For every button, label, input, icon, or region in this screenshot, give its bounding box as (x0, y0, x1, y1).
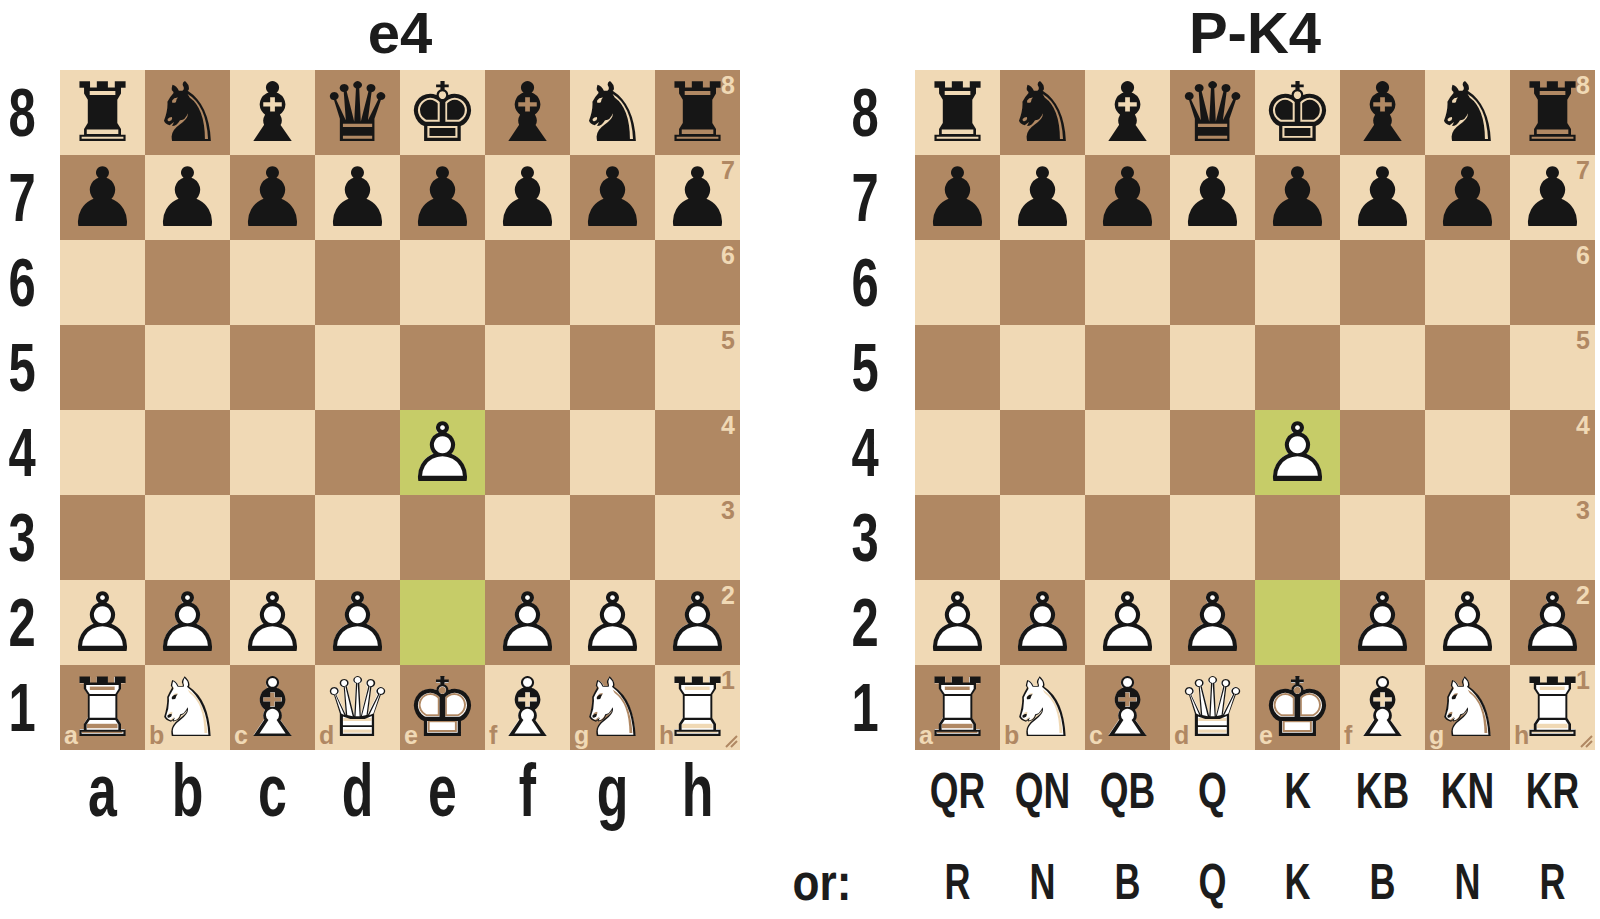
square-c2: ♟♙ (230, 580, 315, 665)
square-h1: 1h♜♖ (655, 665, 740, 750)
left-board-rank-labels: 87654321 (0, 70, 44, 750)
white-pawn: ♟♙ (315, 580, 400, 665)
black-piece-glyph: ♟ (406, 157, 480, 239)
black-pawn: ♟ (1170, 155, 1255, 240)
white-piece-outline: ♙ (1006, 582, 1080, 664)
square-c8: ♝ (1085, 70, 1170, 155)
file-label-q: Q (1181, 752, 1244, 830)
square-a2: ♟♙ (915, 580, 1000, 665)
square-b1: b♞♘ (1000, 665, 1085, 750)
square-f6 (485, 240, 570, 325)
black-bishop: ♝ (230, 70, 315, 155)
square-e8: ♚ (400, 70, 485, 155)
square-f7: ♟ (485, 155, 570, 240)
square-c7: ♟ (1085, 155, 1170, 240)
square-h8: 8♜ (1510, 70, 1595, 155)
inner-rank-coord: 5 (721, 328, 735, 353)
alt-file-label-5: B (1352, 846, 1413, 918)
square-g8: ♞ (570, 70, 655, 155)
white-pawn: ♟♙ (1255, 410, 1340, 495)
black-pawn: ♟ (1510, 155, 1595, 240)
square-f4 (1340, 410, 1425, 495)
white-piece-outline: ♙ (491, 582, 565, 664)
file-label-f: f (498, 752, 558, 830)
square-d2: ♟♙ (315, 580, 400, 665)
rank-label-3: 3 (6, 495, 38, 580)
white-queen: ♛♕ (1170, 665, 1255, 750)
square-d3 (1170, 495, 1255, 580)
black-piece-glyph: ♟ (66, 157, 140, 239)
white-king: ♚♔ (400, 665, 485, 750)
black-piece-glyph: ♟ (1516, 157, 1590, 239)
black-piece-glyph: ♟ (1346, 157, 1420, 239)
square-g4 (570, 410, 655, 495)
black-piece-glyph: ♝ (236, 72, 310, 154)
white-bishop: ♝♗ (1340, 665, 1425, 750)
black-pawn: ♟ (400, 155, 485, 240)
square-c6 (1085, 240, 1170, 325)
white-rook: ♜♖ (60, 665, 145, 750)
file-label-qn: QN (1011, 752, 1074, 830)
white-queen: ♛♕ (315, 665, 400, 750)
square-f1: f♝♗ (485, 665, 570, 750)
black-pawn: ♟ (1000, 155, 1085, 240)
white-piece-outline: ♙ (236, 582, 310, 664)
file-label-h: h (668, 752, 728, 830)
square-g7: ♟ (570, 155, 655, 240)
square-d6 (315, 240, 400, 325)
square-a1: a♜♖ (915, 665, 1000, 750)
white-piece-outline: ♙ (661, 582, 735, 664)
file-label-g: g (583, 752, 643, 830)
white-pawn: ♟♙ (400, 410, 485, 495)
black-piece-glyph: ♞ (1431, 72, 1505, 154)
square-a3 (60, 495, 145, 580)
white-piece-outline: ♙ (151, 582, 225, 664)
black-rook: ♜ (655, 70, 740, 155)
rank-label-2: 2 (6, 580, 38, 665)
file-label-c: c (243, 752, 303, 830)
white-piece-outline: ♙ (1431, 582, 1505, 664)
square-a8: ♜ (915, 70, 1000, 155)
square-e5 (400, 325, 485, 410)
square-c5 (1085, 325, 1170, 410)
white-rook: ♜♖ (1510, 665, 1595, 750)
notation-comparison-diagram: e4 P-K4 87654321 87654321 ♜♞♝♛♚♝♞8♜♟♟♟♟♟… (0, 0, 1600, 919)
inner-rank-coord: 4 (1576, 413, 1590, 438)
square-b6 (145, 240, 230, 325)
rank-label-1: 1 (843, 665, 886, 750)
square-a5 (60, 325, 145, 410)
square-d8: ♛ (315, 70, 400, 155)
square-b7: ♟ (145, 155, 230, 240)
square-d8: ♛ (1170, 70, 1255, 155)
square-g6 (1425, 240, 1510, 325)
square-g1: g♞♘ (1425, 665, 1510, 750)
square-d1: d♛♕ (1170, 665, 1255, 750)
black-pawn: ♟ (1340, 155, 1425, 240)
white-pawn: ♟♙ (60, 580, 145, 665)
white-pawn: ♟♙ (570, 580, 655, 665)
right-board-title: P-K4 (915, 0, 1595, 66)
black-piece-glyph: ♟ (921, 157, 995, 239)
white-piece-outline: ♕ (321, 667, 395, 749)
left-board-title: e4 (60, 0, 740, 66)
square-c2: ♟♙ (1085, 580, 1170, 665)
file-label-k: K (1266, 752, 1329, 830)
white-piece-outline: ♙ (1346, 582, 1420, 664)
square-h2: 2♟♙ (1510, 580, 1595, 665)
square-h5: 5 (1510, 325, 1595, 410)
square-g5 (1425, 325, 1510, 410)
square-a7: ♟ (915, 155, 1000, 240)
square-h4: 4 (655, 410, 740, 495)
square-e3 (400, 495, 485, 580)
black-king: ♚ (1255, 70, 1340, 155)
white-piece-outline: ♗ (491, 667, 565, 749)
file-label-kn: KN (1436, 752, 1499, 830)
file-label-e: e (413, 752, 473, 830)
white-piece-outline: ♙ (66, 582, 140, 664)
black-piece-glyph: ♚ (1261, 72, 1335, 154)
square-a4 (915, 410, 1000, 495)
black-knight: ♞ (145, 70, 230, 155)
inner-rank-coord: 5 (1576, 328, 1590, 353)
square-a6 (915, 240, 1000, 325)
black-knight: ♞ (1425, 70, 1510, 155)
square-f2: ♟♙ (485, 580, 570, 665)
black-piece-glyph: ♞ (576, 72, 650, 154)
black-piece-glyph: ♟ (661, 157, 735, 239)
black-pawn: ♟ (570, 155, 655, 240)
square-d4 (1170, 410, 1255, 495)
black-knight: ♞ (570, 70, 655, 155)
black-piece-glyph: ♜ (66, 72, 140, 154)
alt-file-label-1: N (1012, 846, 1073, 918)
black-piece-glyph: ♝ (1346, 72, 1420, 154)
black-pawn: ♟ (655, 155, 740, 240)
file-label-d: d (328, 752, 388, 830)
square-e6 (400, 240, 485, 325)
square-d3 (315, 495, 400, 580)
square-g5 (570, 325, 655, 410)
square-b6 (1000, 240, 1085, 325)
file-label-qb: QB (1096, 752, 1159, 830)
black-pawn: ♟ (1085, 155, 1170, 240)
black-pawn: ♟ (485, 155, 570, 240)
white-piece-outline: ♙ (1176, 582, 1250, 664)
rank-label-6: 6 (843, 240, 886, 325)
square-h6: 6 (655, 240, 740, 325)
square-c4 (1085, 410, 1170, 495)
square-g7: ♟ (1425, 155, 1510, 240)
square-g3 (1425, 495, 1510, 580)
square-e2 (1255, 580, 1340, 665)
file-label-qr: QR (926, 752, 989, 830)
square-a8: ♜ (60, 70, 145, 155)
inner-rank-coord: 6 (721, 243, 735, 268)
black-piece-glyph: ♜ (921, 72, 995, 154)
white-piece-outline: ♖ (661, 667, 735, 749)
black-piece-glyph: ♟ (236, 157, 310, 239)
white-piece-outline: ♗ (1091, 667, 1165, 749)
square-c1: c♝♗ (1085, 665, 1170, 750)
square-a5 (915, 325, 1000, 410)
square-a3 (915, 495, 1000, 580)
white-piece-outline: ♘ (151, 667, 225, 749)
black-piece-glyph: ♜ (1516, 72, 1590, 154)
square-f4 (485, 410, 570, 495)
square-d5 (315, 325, 400, 410)
square-b5 (1000, 325, 1085, 410)
file-label-kb: KB (1351, 752, 1414, 830)
square-e7: ♟ (400, 155, 485, 240)
white-knight: ♞♘ (1000, 665, 1085, 750)
white-bishop: ♝♗ (230, 665, 315, 750)
black-piece-glyph: ♟ (1431, 157, 1505, 239)
white-piece-outline: ♕ (1176, 667, 1250, 749)
square-a6 (60, 240, 145, 325)
square-b7: ♟ (1000, 155, 1085, 240)
square-g8: ♞ (1425, 70, 1510, 155)
square-c6 (230, 240, 315, 325)
black-pawn: ♟ (230, 155, 315, 240)
square-f3 (1340, 495, 1425, 580)
white-knight: ♞♘ (145, 665, 230, 750)
white-piece-outline: ♙ (406, 412, 480, 494)
square-a4 (60, 410, 145, 495)
chess-board-right: ♜♞♝♛♚♝♞8♜♟♟♟♟♟♟♟7♟65♟♙43♟♙♟♙♟♙♟♙♟♙♟♙2♟♙a… (915, 70, 1595, 750)
square-c8: ♝ (230, 70, 315, 155)
square-b2: ♟♙ (145, 580, 230, 665)
square-h6: 6 (1510, 240, 1595, 325)
white-piece-outline: ♔ (1261, 667, 1335, 749)
square-f6 (1340, 240, 1425, 325)
white-rook: ♜♖ (655, 665, 740, 750)
square-f8: ♝ (1340, 70, 1425, 155)
square-b2: ♟♙ (1000, 580, 1085, 665)
square-b3 (145, 495, 230, 580)
black-piece-glyph: ♟ (1176, 157, 1250, 239)
rank-label-5: 5 (843, 325, 886, 410)
white-piece-outline: ♗ (1346, 667, 1420, 749)
white-piece-outline: ♙ (1091, 582, 1165, 664)
square-e1: e♚♔ (400, 665, 485, 750)
square-e8: ♚ (1255, 70, 1340, 155)
black-piece-glyph: ♛ (1176, 72, 1250, 154)
black-piece-glyph: ♝ (491, 72, 565, 154)
black-pawn: ♟ (60, 155, 145, 240)
white-pawn: ♟♙ (230, 580, 315, 665)
white-piece-outline: ♖ (1516, 667, 1590, 749)
black-piece-glyph: ♟ (151, 157, 225, 239)
square-e4: ♟♙ (1255, 410, 1340, 495)
black-pawn: ♟ (1255, 155, 1340, 240)
white-pawn: ♟♙ (915, 580, 1000, 665)
right-board-file-labels: QRQNQBQKKBKNKR (915, 752, 1595, 830)
inner-rank-coord: 4 (721, 413, 735, 438)
white-piece-outline: ♖ (66, 667, 140, 749)
square-d7: ♟ (1170, 155, 1255, 240)
square-c7: ♟ (230, 155, 315, 240)
black-pawn: ♟ (145, 155, 230, 240)
square-f5 (1340, 325, 1425, 410)
white-piece-outline: ♙ (921, 582, 995, 664)
square-e2 (400, 580, 485, 665)
square-g6 (570, 240, 655, 325)
black-queen: ♛ (1170, 70, 1255, 155)
alt-file-label-7: R (1522, 846, 1583, 918)
square-d4 (315, 410, 400, 495)
square-a2: ♟♙ (60, 580, 145, 665)
black-piece-glyph: ♟ (576, 157, 650, 239)
file-label-kr: KR (1521, 752, 1584, 830)
square-g4 (1425, 410, 1510, 495)
white-piece-outline: ♘ (1006, 667, 1080, 749)
or-label: or: (767, 846, 878, 918)
rank-label-1: 1 (6, 665, 38, 750)
square-h5: 5 (655, 325, 740, 410)
right-board-alt-file-labels: RNBQKBNR (915, 846, 1595, 918)
black-pawn: ♟ (315, 155, 400, 240)
alt-file-label-0: R (927, 846, 988, 918)
white-pawn: ♟♙ (1000, 580, 1085, 665)
rank-label-4: 4 (843, 410, 886, 495)
square-g2: ♟♙ (570, 580, 655, 665)
square-c4 (230, 410, 315, 495)
black-pawn: ♟ (1425, 155, 1510, 240)
white-pawn: ♟♙ (145, 580, 230, 665)
white-pawn: ♟♙ (1340, 580, 1425, 665)
square-c5 (230, 325, 315, 410)
black-rook: ♜ (915, 70, 1000, 155)
file-label-a: a (73, 752, 133, 830)
white-piece-outline: ♖ (921, 667, 995, 749)
black-pawn: ♟ (915, 155, 1000, 240)
white-knight: ♞♘ (1425, 665, 1510, 750)
white-bishop: ♝♗ (1085, 665, 1170, 750)
chess-board-left: ♜♞♝♛♚♝♞8♜♟♟♟♟♟♟♟7♟65♟♙43♟♙♟♙♟♙♟♙♟♙♟♙2♟♙a… (60, 70, 740, 750)
square-c3 (230, 495, 315, 580)
square-f3 (485, 495, 570, 580)
rank-label-3: 3 (843, 495, 886, 580)
black-piece-glyph: ♟ (1261, 157, 1335, 239)
square-g3 (570, 495, 655, 580)
white-piece-outline: ♔ (406, 667, 480, 749)
square-f2: ♟♙ (1340, 580, 1425, 665)
black-rook: ♜ (1510, 70, 1595, 155)
rank-label-5: 5 (6, 325, 38, 410)
square-e6 (1255, 240, 1340, 325)
inner-rank-coord: 3 (721, 498, 735, 523)
black-bishop: ♝ (1085, 70, 1170, 155)
rank-label-7: 7 (6, 155, 38, 240)
black-bishop: ♝ (485, 70, 570, 155)
white-pawn: ♟♙ (655, 580, 740, 665)
left-board-file-labels: abcdefgh (60, 752, 740, 830)
square-e5 (1255, 325, 1340, 410)
square-b1: b♞♘ (145, 665, 230, 750)
white-pawn: ♟♙ (1425, 580, 1510, 665)
square-e7: ♟ (1255, 155, 1340, 240)
white-piece-outline: ♗ (236, 667, 310, 749)
square-d1: d♛♕ (315, 665, 400, 750)
alt-file-label-2: B (1097, 846, 1158, 918)
black-piece-glyph: ♟ (491, 157, 565, 239)
white-knight: ♞♘ (570, 665, 655, 750)
rank-label-2: 2 (843, 580, 886, 665)
black-queen: ♛ (315, 70, 400, 155)
square-d2: ♟♙ (1170, 580, 1255, 665)
rank-label-4: 4 (6, 410, 38, 495)
square-h3: 3 (655, 495, 740, 580)
white-king: ♚♔ (1255, 665, 1340, 750)
black-piece-glyph: ♚ (406, 72, 480, 154)
rank-label-8: 8 (843, 70, 886, 155)
white-pawn: ♟♙ (1170, 580, 1255, 665)
square-f8: ♝ (485, 70, 570, 155)
black-piece-glyph: ♟ (1091, 157, 1165, 239)
white-piece-outline: ♙ (1261, 412, 1335, 494)
rank-label-7: 7 (843, 155, 886, 240)
square-a7: ♟ (60, 155, 145, 240)
square-b8: ♞ (1000, 70, 1085, 155)
file-label-b: b (158, 752, 218, 830)
black-knight: ♞ (1000, 70, 1085, 155)
square-d6 (1170, 240, 1255, 325)
white-pawn: ♟♙ (1510, 580, 1595, 665)
white-bishop: ♝♗ (485, 665, 570, 750)
square-h4: 4 (1510, 410, 1595, 495)
square-h7: 7♟ (1510, 155, 1595, 240)
square-g1: g♞♘ (570, 665, 655, 750)
square-f5 (485, 325, 570, 410)
black-piece-glyph: ♞ (1006, 72, 1080, 154)
white-pawn: ♟♙ (1085, 580, 1170, 665)
alt-file-label-6: N (1437, 846, 1498, 918)
square-e3 (1255, 495, 1340, 580)
square-d7: ♟ (315, 155, 400, 240)
square-h2: 2♟♙ (655, 580, 740, 665)
square-a1: a♜♖ (60, 665, 145, 750)
rank-label-6: 6 (6, 240, 38, 325)
right-board-rank-labels: 87654321 (835, 70, 895, 750)
alt-file-label-3: Q (1182, 846, 1243, 918)
square-c1: c♝♗ (230, 665, 315, 750)
black-piece-glyph: ♛ (321, 72, 395, 154)
white-piece-outline: ♘ (576, 667, 650, 749)
square-f1: f♝♗ (1340, 665, 1425, 750)
white-rook: ♜♖ (915, 665, 1000, 750)
inner-rank-coord: 6 (1576, 243, 1590, 268)
white-pawn: ♟♙ (485, 580, 570, 665)
square-h8: 8♜ (655, 70, 740, 155)
square-e4: ♟♙ (400, 410, 485, 495)
black-piece-glyph: ♟ (1006, 157, 1080, 239)
black-piece-glyph: ♞ (151, 72, 225, 154)
black-piece-glyph: ♟ (321, 157, 395, 239)
rank-label-8: 8 (6, 70, 38, 155)
square-b3 (1000, 495, 1085, 580)
square-h3: 3 (1510, 495, 1595, 580)
inner-rank-coord: 3 (1576, 498, 1590, 523)
square-b4 (145, 410, 230, 495)
alt-file-label-4: K (1267, 846, 1328, 918)
square-b4 (1000, 410, 1085, 495)
square-h7: 7♟ (655, 155, 740, 240)
black-rook: ♜ (60, 70, 145, 155)
square-b8: ♞ (145, 70, 230, 155)
